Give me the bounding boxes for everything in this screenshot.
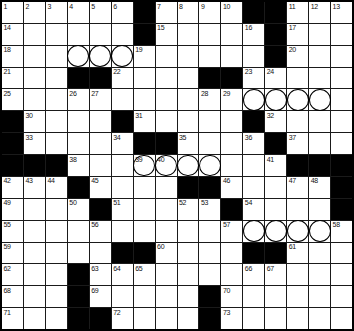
crossword-cell[interactable]: 13 xyxy=(331,2,352,23)
crossword-cell[interactable] xyxy=(90,155,111,176)
crossword-cell[interactable]: 7 xyxy=(156,2,177,23)
circle-marker xyxy=(287,89,309,111)
crossword-cell[interactable] xyxy=(199,243,220,264)
crossword-cell[interactable]: 17 xyxy=(287,24,308,45)
crossword-cell[interactable] xyxy=(134,308,155,329)
crossword-cell[interactable] xyxy=(90,243,111,264)
clue-number: 56 xyxy=(91,221,98,229)
crossword-cell[interactable] xyxy=(287,111,308,132)
crossword-cell[interactable]: 26 xyxy=(68,89,89,110)
black-cell xyxy=(331,199,352,220)
crossword-cell[interactable]: 11 xyxy=(287,2,308,23)
clue-number: 6 xyxy=(113,3,117,11)
crossword-cell[interactable] xyxy=(24,221,45,242)
clue-number: 52 xyxy=(179,199,186,207)
crossword-cell[interactable] xyxy=(46,133,67,154)
clue-number: 29 xyxy=(223,90,230,98)
crossword-cell[interactable] xyxy=(309,89,330,110)
crossword-cell[interactable] xyxy=(199,133,220,154)
clue-number: 21 xyxy=(4,68,11,76)
crossword-cell[interactable] xyxy=(178,286,199,307)
crossword-cell[interactable] xyxy=(156,89,177,110)
black-cell xyxy=(68,308,89,329)
crossword-cell[interactable] xyxy=(134,286,155,307)
clue-number: 46 xyxy=(223,177,230,185)
black-cell xyxy=(265,24,286,45)
clue-number: 73 xyxy=(223,309,230,317)
crossword-cell[interactable] xyxy=(178,46,199,67)
crossword-cell[interactable] xyxy=(24,24,45,45)
crossword-cell[interactable] xyxy=(178,68,199,89)
crossword-cell[interactable]: 65 xyxy=(134,264,155,285)
crossword-cell[interactable] xyxy=(331,89,352,110)
clue-number: 49 xyxy=(4,199,11,207)
crossword-cell[interactable]: 54 xyxy=(243,199,264,220)
clue-number: 42 xyxy=(4,177,11,185)
black-cell xyxy=(68,286,89,307)
clue-number: 23 xyxy=(245,68,252,76)
clue-number: 59 xyxy=(4,243,11,251)
crossword-cell[interactable] xyxy=(309,133,330,154)
clue-number: 61 xyxy=(289,243,296,251)
crossword-cell[interactable]: 19 xyxy=(134,46,155,67)
crossword-cell[interactable] xyxy=(46,68,67,89)
crossword-cell[interactable]: 2 xyxy=(24,2,45,23)
clue-number: 7 xyxy=(157,3,161,11)
crossword-cell[interactable] xyxy=(112,46,133,67)
crossword-cell[interactable]: 69 xyxy=(90,286,111,307)
crossword-cell[interactable] xyxy=(112,221,133,242)
crossword-cell[interactable]: 5 xyxy=(90,2,111,23)
crossword-cell[interactable] xyxy=(243,286,264,307)
clue-number: 18 xyxy=(4,46,11,54)
crossword-cell[interactable]: 72 xyxy=(112,308,133,329)
black-cell xyxy=(287,155,308,176)
crossword-cell[interactable]: 68 xyxy=(2,286,23,307)
crossword-cell[interactable]: 21 xyxy=(2,68,23,89)
crossword-cell[interactable] xyxy=(287,308,308,329)
crossword-cell[interactable]: 31 xyxy=(134,111,155,132)
crossword-cell[interactable] xyxy=(178,243,199,264)
crossword-cell[interactable] xyxy=(68,133,89,154)
clue-number: 70 xyxy=(223,287,230,295)
crossword-cell[interactable]: 15 xyxy=(156,24,177,45)
clue-number: 68 xyxy=(4,287,11,295)
black-cell xyxy=(24,155,45,176)
crossword-cell[interactable] xyxy=(24,264,45,285)
clue-number: 31 xyxy=(135,112,142,120)
black-cell xyxy=(2,133,23,154)
crossword-cell[interactable] xyxy=(287,68,308,89)
crossword-cell[interactable]: 9 xyxy=(199,2,220,23)
crossword-cell[interactable]: 10 xyxy=(221,2,242,23)
crossword-cell[interactable] xyxy=(243,155,264,176)
clue-number: 63 xyxy=(91,265,98,273)
crossword-cell[interactable]: 35 xyxy=(178,133,199,154)
crossword-cell[interactable] xyxy=(46,199,67,220)
crossword-cell[interactable] xyxy=(90,133,111,154)
crossword-cell[interactable] xyxy=(309,308,330,329)
crossword-cell[interactable] xyxy=(178,24,199,45)
black-cell xyxy=(46,155,67,176)
crossword-cell[interactable] xyxy=(90,46,111,67)
black-cell xyxy=(331,155,352,176)
circle-marker xyxy=(111,45,133,67)
crossword-cell[interactable] xyxy=(287,221,308,242)
crossword-cell[interactable]: 56 xyxy=(90,221,111,242)
crossword-cell[interactable]: 62 xyxy=(2,264,23,285)
crossword-cell[interactable]: 37 xyxy=(287,133,308,154)
crossword-cell[interactable]: 34 xyxy=(112,133,133,154)
crossword-cell[interactable]: 61 xyxy=(287,243,308,264)
crossword-cell[interactable] xyxy=(134,177,155,198)
crossword-cell[interactable] xyxy=(199,221,220,242)
clue-number: 40 xyxy=(157,156,164,164)
crossword-cell[interactable]: 12 xyxy=(309,2,330,23)
crossword-cell[interactable] xyxy=(178,89,199,110)
crossword-cell[interactable]: 46 xyxy=(221,177,242,198)
crossword-cell[interactable] xyxy=(221,133,242,154)
clue-number: 72 xyxy=(113,309,120,317)
circle-marker xyxy=(309,220,331,242)
crossword-cell[interactable] xyxy=(46,89,67,110)
crossword-cell[interactable] xyxy=(46,243,67,264)
crossword-cell[interactable] xyxy=(112,286,133,307)
crossword-cell[interactable]: 28 xyxy=(199,89,220,110)
crossword-cell[interactable] xyxy=(309,46,330,67)
crossword-cell[interactable]: 50 xyxy=(68,199,89,220)
crossword-cell[interactable]: 6 xyxy=(112,2,133,23)
clue-number: 44 xyxy=(47,177,54,185)
crossword-cell[interactable] xyxy=(24,89,45,110)
clue-number: 53 xyxy=(201,199,208,207)
black-cell xyxy=(68,177,89,198)
black-cell xyxy=(2,155,23,176)
crossword-cell[interactable] xyxy=(156,308,177,329)
crossword-cell[interactable] xyxy=(331,308,352,329)
crossword-cell[interactable] xyxy=(199,24,220,45)
black-cell xyxy=(309,155,330,176)
crossword-cell[interactable] xyxy=(287,89,308,110)
black-cell xyxy=(112,111,133,132)
crossword-cell[interactable] xyxy=(221,46,242,67)
black-cell xyxy=(2,111,23,132)
crossword-cell[interactable] xyxy=(309,243,330,264)
crossword-cell[interactable]: 32 xyxy=(265,111,286,132)
crossword-cell[interactable] xyxy=(46,24,67,45)
crossword-cell[interactable] xyxy=(178,221,199,242)
crossword-cell[interactable] xyxy=(265,177,286,198)
clue-number: 5 xyxy=(91,3,95,11)
clue-number: 22 xyxy=(113,68,120,76)
crossword-cell[interactable]: 66 xyxy=(243,264,264,285)
crossword-cell[interactable] xyxy=(309,286,330,307)
crossword-cell[interactable] xyxy=(287,264,308,285)
crossword-cell[interactable]: 67 xyxy=(265,264,286,285)
crossword-cell[interactable] xyxy=(331,264,352,285)
crossword-cell[interactable]: 42 xyxy=(2,177,23,198)
clue-number: 41 xyxy=(267,156,274,164)
crossword-cell[interactable]: 27 xyxy=(90,89,111,110)
crossword-cell[interactable] xyxy=(287,199,308,220)
crossword-cell[interactable] xyxy=(265,308,286,329)
crossword-cell[interactable] xyxy=(24,243,45,264)
clue-number: 4 xyxy=(69,3,73,11)
crossword-cell[interactable]: 48 xyxy=(309,177,330,198)
crossword-cell[interactable] xyxy=(134,199,155,220)
crossword-cell[interactable] xyxy=(46,221,67,242)
crossword-cell[interactable] xyxy=(243,46,264,67)
crossword-cell[interactable]: 52 xyxy=(178,199,199,220)
crossword-cell[interactable] xyxy=(243,89,264,110)
crossword-cell[interactable] xyxy=(46,286,67,307)
crossword-cell[interactable] xyxy=(309,68,330,89)
crossword-cell[interactable] xyxy=(309,24,330,45)
crossword-cell[interactable]: 8 xyxy=(178,2,199,23)
crossword-cell[interactable] xyxy=(156,286,177,307)
clue-number: 39 xyxy=(135,156,142,164)
crossword-cell[interactable] xyxy=(243,308,264,329)
clue-number: 62 xyxy=(4,265,11,273)
circle-marker xyxy=(265,89,287,111)
clue-number: 50 xyxy=(69,199,76,207)
crossword-cell[interactable]: 63 xyxy=(90,264,111,285)
crossword-cell[interactable] xyxy=(112,155,133,176)
crossword-cell[interactable] xyxy=(156,46,177,67)
crossword-cell[interactable]: 3 xyxy=(46,2,67,23)
crossword-cell[interactable] xyxy=(112,177,133,198)
crossword-cell[interactable] xyxy=(331,286,352,307)
crossword-cell[interactable]: 25 xyxy=(2,89,23,110)
crossword-cell[interactable] xyxy=(112,24,133,45)
clue-number: 17 xyxy=(289,24,296,32)
crossword-cell[interactable] xyxy=(68,243,89,264)
crossword-cell[interactable] xyxy=(331,68,352,89)
crossword-cell[interactable] xyxy=(68,221,89,242)
crossword-cell[interactable] xyxy=(46,264,67,285)
crossword-cell[interactable] xyxy=(331,46,352,67)
black-cell xyxy=(331,177,352,198)
black-cell xyxy=(265,243,286,264)
crossword-cell[interactable] xyxy=(156,221,177,242)
clue-number: 8 xyxy=(179,3,183,11)
clue-number: 12 xyxy=(311,3,318,11)
circle-marker xyxy=(287,220,309,242)
clue-number: 2 xyxy=(25,3,29,11)
clue-number: 24 xyxy=(267,68,274,76)
clue-number: 34 xyxy=(113,134,120,142)
crossword-cell[interactable] xyxy=(199,46,220,67)
clue-number: 54 xyxy=(245,199,252,207)
crossword-cell[interactable]: 45 xyxy=(90,177,111,198)
crossword-cell[interactable] xyxy=(68,24,89,45)
crossword-cell[interactable]: 14 xyxy=(2,24,23,45)
crossword-cell[interactable]: 39 xyxy=(134,155,155,176)
crossword-cell[interactable] xyxy=(156,199,177,220)
clue-number: 64 xyxy=(113,265,120,273)
crossword-cell[interactable]: 38 xyxy=(68,155,89,176)
black-cell xyxy=(243,2,264,23)
clue-number: 43 xyxy=(25,177,32,185)
crossword-cell[interactable] xyxy=(156,177,177,198)
crossword-cell[interactable]: 33 xyxy=(24,133,45,154)
crossword-cell[interactable] xyxy=(331,133,352,154)
crossword-cell[interactable] xyxy=(309,199,330,220)
crossword-cell[interactable] xyxy=(265,221,286,242)
crossword-cell[interactable]: 51 xyxy=(112,199,133,220)
black-cell xyxy=(90,68,111,89)
black-cell xyxy=(265,133,286,154)
clue-number: 25 xyxy=(4,90,11,98)
crossword-cell[interactable] xyxy=(24,286,45,307)
clue-number: 45 xyxy=(91,177,98,185)
crossword-cell[interactable] xyxy=(221,24,242,45)
crossword-cell[interactable] xyxy=(178,155,199,176)
crossword-cell[interactable] xyxy=(134,221,155,242)
crossword-cell[interactable]: 29 xyxy=(221,89,242,110)
clue-number: 67 xyxy=(267,265,274,273)
crossword-cell[interactable] xyxy=(243,177,264,198)
crossword-cell[interactable] xyxy=(24,46,45,67)
crossword-cell[interactable]: 20 xyxy=(287,46,308,67)
crossword-cell[interactable] xyxy=(178,308,199,329)
crossword-cell[interactable]: 23 xyxy=(243,68,264,89)
crossword-cell[interactable]: 43 xyxy=(24,177,45,198)
clue-number: 36 xyxy=(245,134,252,142)
crossword-cell[interactable]: 57 xyxy=(221,221,242,242)
circle-marker xyxy=(89,45,111,67)
crossword-cell[interactable]: 49 xyxy=(2,199,23,220)
crossword-cell[interactable]: 44 xyxy=(46,177,67,198)
crossword-cell[interactable]: 30 xyxy=(24,111,45,132)
black-cell xyxy=(199,308,220,329)
circle-marker xyxy=(243,89,265,111)
black-cell xyxy=(90,199,111,220)
crossword-cell[interactable] xyxy=(134,89,155,110)
crossword-cell[interactable] xyxy=(243,221,264,242)
clue-number: 16 xyxy=(245,24,252,32)
crossword-cell[interactable]: 16 xyxy=(243,24,264,45)
black-cell xyxy=(178,177,199,198)
clue-number: 14 xyxy=(4,24,11,32)
crossword-cell[interactable] xyxy=(221,243,242,264)
crossword-cell[interactable] xyxy=(46,308,67,329)
crossword-board: 1234567891011121314151617181920212223242… xyxy=(0,0,354,331)
crossword-cell[interactable] xyxy=(178,111,199,132)
black-cell xyxy=(134,243,155,264)
black-cell xyxy=(134,24,155,45)
crossword-cell[interactable] xyxy=(112,89,133,110)
crossword-cell[interactable]: 60 xyxy=(156,243,177,264)
crossword-cell[interactable] xyxy=(221,155,242,176)
crossword-cell[interactable]: 64 xyxy=(112,264,133,285)
clue-number: 60 xyxy=(157,243,164,251)
crossword-cell[interactable] xyxy=(178,264,199,285)
clue-number: 57 xyxy=(223,221,230,229)
clue-number: 35 xyxy=(179,134,186,142)
crossword-cell[interactable] xyxy=(156,264,177,285)
crossword-cell[interactable] xyxy=(90,111,111,132)
crossword-cell[interactable] xyxy=(309,264,330,285)
crossword-cell[interactable]: 41 xyxy=(265,155,286,176)
circle-marker xyxy=(265,220,287,242)
crossword-cell[interactable] xyxy=(24,199,45,220)
crossword-cell[interactable] xyxy=(199,111,220,132)
black-cell xyxy=(68,264,89,285)
clue-number: 32 xyxy=(267,112,274,120)
crossword-cell[interactable]: 59 xyxy=(2,243,23,264)
clue-number: 58 xyxy=(333,221,340,229)
crossword-cell[interactable] xyxy=(24,68,45,89)
crossword-cell[interactable]: 4 xyxy=(68,2,89,23)
crossword-cell[interactable] xyxy=(199,264,220,285)
crossword-cell[interactable] xyxy=(156,111,177,132)
crossword-cell[interactable]: 18 xyxy=(2,46,23,67)
clue-number: 69 xyxy=(91,287,98,295)
crossword-cell[interactable] xyxy=(309,221,330,242)
crossword-cell[interactable] xyxy=(24,308,45,329)
black-cell xyxy=(243,111,264,132)
clue-number: 26 xyxy=(69,90,76,98)
black-cell xyxy=(156,133,177,154)
crossword-cell[interactable] xyxy=(331,243,352,264)
crossword-cell[interactable] xyxy=(287,286,308,307)
black-cell xyxy=(243,243,264,264)
crossword-cell[interactable]: 55 xyxy=(2,221,23,242)
black-cell xyxy=(199,286,220,307)
circle-marker xyxy=(177,155,199,177)
crossword-cell[interactable] xyxy=(46,46,67,67)
clue-number: 13 xyxy=(333,3,340,11)
crossword-cell[interactable] xyxy=(199,155,220,176)
black-cell xyxy=(199,177,220,198)
crossword-cell[interactable] xyxy=(90,24,111,45)
crossword-cell[interactable]: 53 xyxy=(199,199,220,220)
clue-number: 55 xyxy=(4,221,11,229)
clue-number: 47 xyxy=(289,177,296,185)
circle-marker xyxy=(309,89,331,111)
crossword-cell[interactable]: 24 xyxy=(265,68,286,89)
crossword-cell[interactable] xyxy=(68,46,89,67)
crossword-cell[interactable]: 36 xyxy=(243,133,264,154)
black-cell xyxy=(265,2,286,23)
crossword-cell[interactable]: 58 xyxy=(331,221,352,242)
crossword-cell[interactable] xyxy=(265,89,286,110)
clue-number: 11 xyxy=(289,3,296,11)
crossword-cell[interactable] xyxy=(221,111,242,132)
crossword-cell[interactable]: 47 xyxy=(287,177,308,198)
crossword-cell[interactable] xyxy=(309,111,330,132)
crossword-cell[interactable]: 71 xyxy=(2,308,23,329)
crossword-cell[interactable]: 22 xyxy=(112,68,133,89)
crossword-cell[interactable]: 73 xyxy=(221,308,242,329)
crossword-cell[interactable] xyxy=(46,111,67,132)
crossword-cell[interactable] xyxy=(265,286,286,307)
crossword-cell[interactable] xyxy=(68,111,89,132)
clue-number: 33 xyxy=(25,134,32,142)
crossword-cell[interactable] xyxy=(221,264,242,285)
crossword-cell[interactable] xyxy=(331,24,352,45)
circle-marker xyxy=(67,45,89,67)
crossword-cell[interactable]: 70 xyxy=(221,286,242,307)
crossword-cell[interactable] xyxy=(134,68,155,89)
black-cell xyxy=(134,2,155,23)
crossword-cell[interactable] xyxy=(156,68,177,89)
crossword-cell[interactable] xyxy=(265,199,286,220)
crossword-cell[interactable] xyxy=(331,111,352,132)
crossword-cell[interactable]: 40 xyxy=(156,155,177,176)
crossword-cell[interactable]: 1 xyxy=(2,2,23,23)
